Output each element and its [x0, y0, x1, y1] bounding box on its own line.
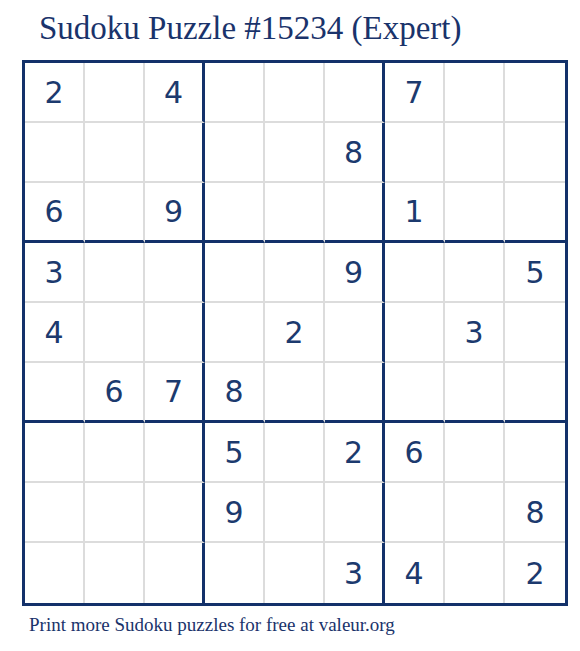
cell-r7c5 — [265, 423, 325, 483]
cell-r1c4 — [205, 63, 265, 123]
cell-r6c7 — [385, 363, 445, 423]
cell-r6c2: 6 — [85, 363, 145, 423]
cell-r4c3 — [145, 243, 205, 303]
cell-r9c8 — [445, 543, 505, 603]
cell-r3c3: 9 — [145, 183, 205, 243]
cell-r7c6: 2 — [325, 423, 385, 483]
cell-r5c9 — [505, 303, 565, 363]
cell-r5c3 — [145, 303, 205, 363]
cell-r6c9 — [505, 363, 565, 423]
cell-r1c6 — [325, 63, 385, 123]
cell-r8c6 — [325, 483, 385, 543]
cell-r9c6: 3 — [325, 543, 385, 603]
sudoku-board: 247869139542367852698342 — [22, 60, 568, 606]
footer-text: Print more Sudoku puzzles for free at va… — [29, 614, 395, 636]
cell-r5c4 — [205, 303, 265, 363]
cell-r2c8 — [445, 123, 505, 183]
page-title: Sudoku Puzzle #15234 (Expert) — [39, 10, 462, 47]
cell-r2c9 — [505, 123, 565, 183]
cell-r4c8 — [445, 243, 505, 303]
cell-r2c6: 8 — [325, 123, 385, 183]
cell-r8c9: 8 — [505, 483, 565, 543]
cell-r7c3 — [145, 423, 205, 483]
cell-r2c5 — [265, 123, 325, 183]
cell-r1c8 — [445, 63, 505, 123]
cell-r9c1 — [25, 543, 85, 603]
cell-r5c2 — [85, 303, 145, 363]
cell-r8c4: 9 — [205, 483, 265, 543]
cell-r5c6 — [325, 303, 385, 363]
cell-r9c9: 2 — [505, 543, 565, 603]
cell-r9c4 — [205, 543, 265, 603]
cell-r8c3 — [145, 483, 205, 543]
cell-r3c6 — [325, 183, 385, 243]
cell-r5c5: 2 — [265, 303, 325, 363]
cell-r1c3: 4 — [145, 63, 205, 123]
cell-r5c8: 3 — [445, 303, 505, 363]
cell-r2c4 — [205, 123, 265, 183]
cell-r6c1 — [25, 363, 85, 423]
cell-r8c1 — [25, 483, 85, 543]
cell-r1c9 — [505, 63, 565, 123]
cell-r2c3 — [145, 123, 205, 183]
cell-r7c4: 5 — [205, 423, 265, 483]
cell-r6c6 — [325, 363, 385, 423]
cell-r9c2 — [85, 543, 145, 603]
cell-r3c2 — [85, 183, 145, 243]
cell-r6c4: 8 — [205, 363, 265, 423]
cell-r6c3: 7 — [145, 363, 205, 423]
cell-r4c1: 3 — [25, 243, 85, 303]
cell-r3c8 — [445, 183, 505, 243]
sudoku-page: Sudoku Puzzle #15234 (Expert) 2478691395… — [0, 0, 580, 651]
cell-r9c7: 4 — [385, 543, 445, 603]
cell-r9c3 — [145, 543, 205, 603]
cell-r8c2 — [85, 483, 145, 543]
cell-r4c5 — [265, 243, 325, 303]
cell-r7c9 — [505, 423, 565, 483]
cell-r3c5 — [265, 183, 325, 243]
cell-r3c7: 1 — [385, 183, 445, 243]
cell-r8c8 — [445, 483, 505, 543]
cell-r5c1: 4 — [25, 303, 85, 363]
cell-r8c5 — [265, 483, 325, 543]
cell-r1c5 — [265, 63, 325, 123]
cell-r6c5 — [265, 363, 325, 423]
cell-r2c1 — [25, 123, 85, 183]
cell-r2c7 — [385, 123, 445, 183]
cell-r2c2 — [85, 123, 145, 183]
cell-r1c1: 2 — [25, 63, 85, 123]
cell-r8c7 — [385, 483, 445, 543]
cell-r4c4 — [205, 243, 265, 303]
cell-r4c2 — [85, 243, 145, 303]
cell-r4c9: 5 — [505, 243, 565, 303]
cell-r5c7 — [385, 303, 445, 363]
cell-r6c8 — [445, 363, 505, 423]
cell-r1c2 — [85, 63, 145, 123]
cell-r3c9 — [505, 183, 565, 243]
cell-r7c7: 6 — [385, 423, 445, 483]
cell-r7c8 — [445, 423, 505, 483]
cell-r3c1: 6 — [25, 183, 85, 243]
cell-r7c2 — [85, 423, 145, 483]
cell-r9c5 — [265, 543, 325, 603]
cell-r1c7: 7 — [385, 63, 445, 123]
cell-r3c4 — [205, 183, 265, 243]
cell-r4c6: 9 — [325, 243, 385, 303]
cell-r7c1 — [25, 423, 85, 483]
cell-r4c7 — [385, 243, 445, 303]
